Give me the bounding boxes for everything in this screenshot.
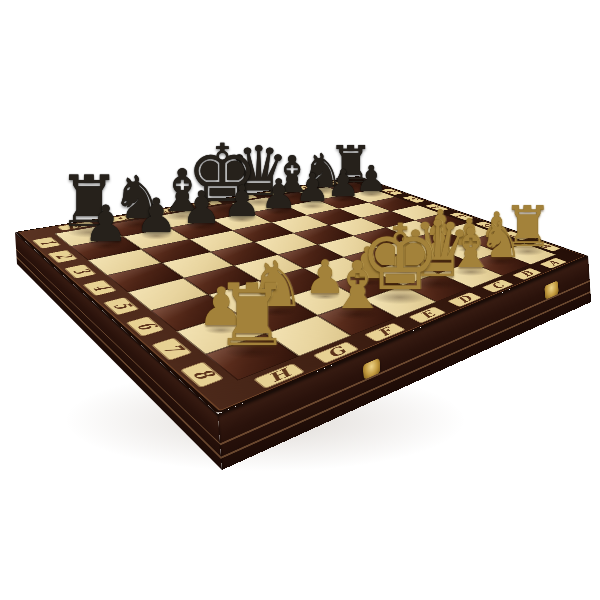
rank-label-right-3-text: 3 xyxy=(407,198,420,202)
rank-label-left-7-text: 7 xyxy=(157,343,185,356)
piece-black-pawn-g2: ♟ xyxy=(135,192,178,239)
file-label-front-a-text: A xyxy=(545,260,562,267)
piece-black-pawn-b2: ♟ xyxy=(326,165,359,202)
rank-label-left-5-text: 5 xyxy=(108,301,134,311)
rank-label-left-3-text: 3 xyxy=(68,267,92,275)
brass-latch-2 xyxy=(544,280,558,299)
photo-canvas: HH11GG22FF33EE44DD55CC66BB77AA88 ♜♞♟♝♟♛♟… xyxy=(0,0,600,600)
piece-black-pawn-c2: ♟ xyxy=(295,169,330,208)
piece-black-pawn-f2: ♟ xyxy=(181,185,221,230)
piece-gold-bishop-f8: ♝ xyxy=(328,253,387,319)
rank-label-left-2-text: 2 xyxy=(51,253,74,260)
piece-black-pawn-d2: ♟ xyxy=(261,174,298,215)
rank-label-left-1-text: 1 xyxy=(35,240,57,246)
brass-latch-1 xyxy=(363,358,381,380)
rank-label-left-4-text: 4 xyxy=(87,283,112,292)
piece-black-pawn-e2: ♟ xyxy=(223,180,261,223)
rank-label-left-8-text: 8 xyxy=(187,367,217,381)
piece-gold-rook-h8: ♜ xyxy=(214,272,291,358)
piece-black-pawn-h2: ♟ xyxy=(84,199,129,249)
rank-label-left-6-text: 6 xyxy=(131,321,158,332)
piece-black-pawn-a2: ♟ xyxy=(355,161,387,197)
